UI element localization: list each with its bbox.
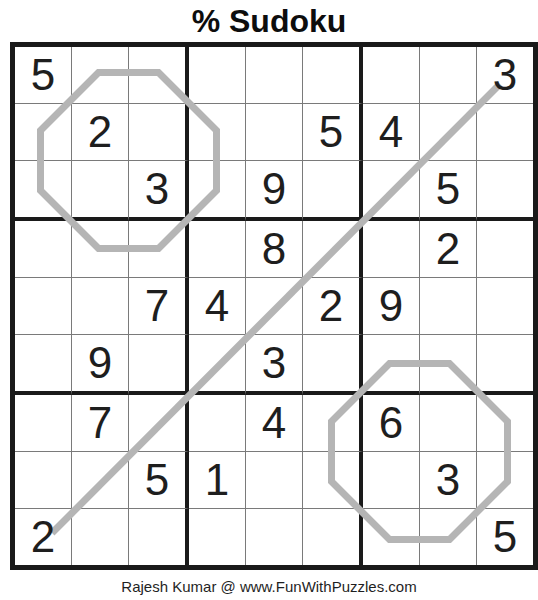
- given-digit: 5: [145, 458, 169, 502]
- cell-r4c1[interactable]: [15, 221, 72, 278]
- cell-r8c3[interactable]: 5: [129, 452, 189, 509]
- cell-r4c7[interactable]: [363, 221, 420, 278]
- cell-r1c1[interactable]: 5: [15, 47, 72, 104]
- cell-r6c2[interactable]: 9: [72, 335, 129, 395]
- given-digit: 5: [319, 110, 343, 154]
- cell-r4c6[interactable]: [303, 221, 363, 278]
- cell-r2c7[interactable]: 4: [363, 104, 420, 161]
- cell-r3c9[interactable]: [477, 161, 533, 221]
- cell-r8c7[interactable]: [363, 452, 420, 509]
- puzzle-title: % Sudoku: [0, 0, 538, 42]
- cell-r4c3[interactable]: [129, 221, 189, 278]
- cell-r2c5[interactable]: [246, 104, 303, 161]
- cell-r9c8[interactable]: [420, 509, 477, 565]
- cell-r3c2[interactable]: [72, 161, 129, 221]
- cell-r8c4[interactable]: 1: [189, 452, 246, 509]
- cell-r8c1[interactable]: [15, 452, 72, 509]
- cell-r8c8[interactable]: 3: [420, 452, 477, 509]
- cell-r3c1[interactable]: [15, 161, 72, 221]
- cell-r1c2[interactable]: [72, 47, 129, 104]
- cell-r6c6[interactable]: [303, 335, 363, 395]
- cell-r8c6[interactable]: [303, 452, 363, 509]
- cell-r5c6[interactable]: 2: [303, 278, 363, 335]
- given-digit: 3: [145, 167, 169, 211]
- given-digit: 3: [436, 458, 460, 502]
- cell-r6c4[interactable]: [189, 335, 246, 395]
- cell-r6c8[interactable]: [420, 335, 477, 395]
- cell-r1c3[interactable]: [129, 47, 189, 104]
- cell-r7c8[interactable]: [420, 395, 477, 452]
- cell-r7c6[interactable]: [303, 395, 363, 452]
- cell-r5c8[interactable]: [420, 278, 477, 335]
- cell-r4c4[interactable]: [189, 221, 246, 278]
- cell-r7c7[interactable]: 6: [363, 395, 420, 452]
- cell-r5c7[interactable]: 9: [363, 278, 420, 335]
- given-digit: 4: [379, 110, 403, 154]
- cell-r7c2[interactable]: 7: [72, 395, 129, 452]
- cell-r8c5[interactable]: [246, 452, 303, 509]
- given-digit: 5: [493, 515, 517, 559]
- cell-r7c9[interactable]: [477, 395, 533, 452]
- given-digit: 9: [88, 341, 112, 385]
- given-digit: 3: [262, 341, 286, 385]
- cell-r5c2[interactable]: [72, 278, 129, 335]
- given-digit: 1: [205, 458, 229, 502]
- cell-r5c9[interactable]: [477, 278, 533, 335]
- given-digit: 2: [436, 227, 460, 271]
- given-digit: 9: [262, 167, 286, 211]
- given-digit: 3: [493, 53, 517, 97]
- cell-r9c7[interactable]: [363, 509, 420, 565]
- cell-r1c6[interactable]: [303, 47, 363, 104]
- cell-r3c7[interactable]: [363, 161, 420, 221]
- cell-r6c1[interactable]: [15, 335, 72, 395]
- cell-r2c1[interactable]: [15, 104, 72, 161]
- cell-r2c2[interactable]: 2: [72, 104, 129, 161]
- given-digit: 5: [436, 167, 460, 211]
- given-digit: 4: [205, 284, 229, 328]
- cell-r7c4[interactable]: [189, 395, 246, 452]
- cell-r6c5[interactable]: 3: [246, 335, 303, 395]
- credit-footer: Rajesh Kumar @ www.FunWithPuzzles.com: [0, 578, 538, 595]
- cell-r2c6[interactable]: 5: [303, 104, 363, 161]
- cell-r4c5[interactable]: 8: [246, 221, 303, 278]
- cell-r1c5[interactable]: [246, 47, 303, 104]
- cell-r3c6[interactable]: [303, 161, 363, 221]
- given-digit: 8: [262, 227, 286, 271]
- cell-r3c5[interactable]: 9: [246, 161, 303, 221]
- cell-r4c9[interactable]: [477, 221, 533, 278]
- cell-r1c8[interactable]: [420, 47, 477, 104]
- sudoku-grid: 532543958274299374651325: [15, 47, 533, 565]
- sudoku-board: 532543958274299374651325: [10, 42, 538, 570]
- cell-r7c1[interactable]: [15, 395, 72, 452]
- cell-r6c3[interactable]: [129, 335, 189, 395]
- cell-r8c2[interactable]: [72, 452, 129, 509]
- cell-r2c8[interactable]: [420, 104, 477, 161]
- given-digit: 2: [31, 515, 55, 559]
- cell-r9c5[interactable]: [246, 509, 303, 565]
- cell-r2c4[interactable]: [189, 104, 246, 161]
- cell-r3c3[interactable]: 3: [129, 161, 189, 221]
- cell-r1c4[interactable]: [189, 47, 246, 104]
- cell-r9c2[interactable]: [72, 509, 129, 565]
- cell-r1c9[interactable]: 3: [477, 47, 533, 104]
- cell-r2c9[interactable]: [477, 104, 533, 161]
- cell-r5c3[interactable]: 7: [129, 278, 189, 335]
- cell-r3c8[interactable]: 5: [420, 161, 477, 221]
- cell-r7c5[interactable]: 4: [246, 395, 303, 452]
- cell-r9c1[interactable]: 2: [15, 509, 72, 565]
- given-digit: 7: [88, 401, 112, 445]
- cell-r3c4[interactable]: [189, 161, 246, 221]
- cell-r4c8[interactable]: 2: [420, 221, 477, 278]
- page: % Sudoku 532543958274299374651325 Rajesh…: [0, 0, 538, 600]
- cell-r8c9[interactable]: [477, 452, 533, 509]
- cell-r4c2[interactable]: [72, 221, 129, 278]
- cell-r9c6[interactable]: [303, 509, 363, 565]
- given-digit: 5: [31, 53, 55, 97]
- given-digit: 2: [319, 284, 343, 328]
- given-digit: 7: [145, 284, 169, 328]
- given-digit: 2: [88, 110, 112, 154]
- cell-r9c4[interactable]: [189, 509, 246, 565]
- given-digit: 9: [379, 284, 403, 328]
- cell-r5c4[interactable]: 4: [189, 278, 246, 335]
- cell-r6c9[interactable]: [477, 335, 533, 395]
- cell-r5c1[interactable]: [15, 278, 72, 335]
- cell-r9c3[interactable]: [129, 509, 189, 565]
- cell-r5c5[interactable]: [246, 278, 303, 335]
- cell-r7c3[interactable]: [129, 395, 189, 452]
- given-digit: 6: [379, 401, 403, 445]
- cell-r2c3[interactable]: [129, 104, 189, 161]
- cell-r1c7[interactable]: [363, 47, 420, 104]
- given-digit: 4: [262, 401, 286, 445]
- cell-r6c7[interactable]: [363, 335, 420, 395]
- cell-r9c9[interactable]: 5: [477, 509, 533, 565]
